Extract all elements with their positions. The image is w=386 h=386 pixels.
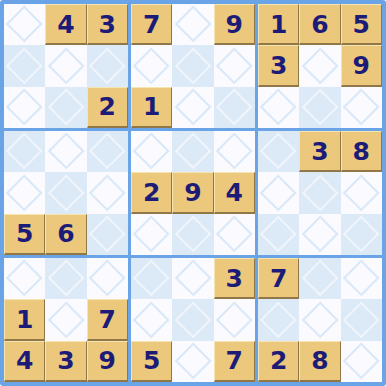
- cell-r8c1: 1: [4, 299, 45, 340]
- given-digit: 7: [226, 348, 243, 373]
- cell-r6c4[interactable]: [131, 214, 172, 255]
- diamond-pattern: [47, 174, 84, 211]
- cell-r3c2[interactable]: [45, 87, 86, 128]
- diamond-pattern: [216, 301, 253, 338]
- box-9: 728: [258, 258, 382, 382]
- diamond-pattern: [301, 174, 338, 211]
- cell-r7c5[interactable]: [172, 258, 213, 299]
- cell-r8c8[interactable]: [299, 299, 340, 340]
- box-6: 38: [258, 131, 382, 255]
- diamond-pattern: [260, 174, 297, 211]
- cell-r4c3[interactable]: [87, 131, 128, 172]
- diamond-pattern: [260, 133, 297, 170]
- cell-r8c7[interactable]: [258, 299, 299, 340]
- diamond-pattern: [47, 89, 84, 126]
- cell-r3c6[interactable]: [214, 87, 255, 128]
- cell-r8c5[interactable]: [172, 299, 213, 340]
- diamond-pattern: [174, 216, 211, 253]
- diamond-pattern: [174, 89, 211, 126]
- cell-r5c4: 2: [131, 172, 172, 213]
- cell-r9c3: 9: [87, 341, 128, 382]
- cell-r9c8: 8: [299, 341, 340, 382]
- cell-r2c2[interactable]: [45, 45, 86, 86]
- cell-r3c1[interactable]: [4, 87, 45, 128]
- diamond-pattern: [89, 216, 126, 253]
- diamond-pattern: [6, 260, 43, 297]
- given-digit: 5: [353, 12, 370, 37]
- cell-r5c5: 9: [172, 172, 213, 213]
- diamond-pattern: [216, 89, 253, 126]
- given-digit: 3: [57, 348, 74, 373]
- diamond-pattern: [174, 301, 211, 338]
- cell-r1c2: 4: [45, 4, 86, 45]
- sudoku-board: 43279116539562943817439357728: [0, 0, 386, 386]
- cell-r8c9[interactable]: [341, 299, 382, 340]
- cell-r9c9[interactable]: [341, 341, 382, 382]
- cell-r1c8: 6: [299, 4, 340, 45]
- cell-r1c5[interactable]: [172, 4, 213, 45]
- given-digit: 9: [184, 180, 201, 205]
- cell-r4c7[interactable]: [258, 131, 299, 172]
- cell-r8c3: 7: [87, 299, 128, 340]
- cell-r4c1[interactable]: [4, 131, 45, 172]
- given-digit: 1: [270, 12, 287, 37]
- cell-r2c5[interactable]: [172, 45, 213, 86]
- diamond-pattern: [47, 301, 84, 338]
- given-digit: 3: [226, 266, 243, 291]
- cell-r7c6: 3: [214, 258, 255, 299]
- given-digit: 1: [143, 94, 160, 119]
- diamond-pattern: [47, 260, 84, 297]
- diamond-pattern: [301, 47, 338, 84]
- cell-r8c2[interactable]: [45, 299, 86, 340]
- diamond-pattern: [89, 133, 126, 170]
- diamond-pattern: [133, 216, 170, 253]
- cell-r2c4[interactable]: [131, 45, 172, 86]
- given-digit: 9: [99, 348, 116, 373]
- cell-r2c9: 9: [341, 45, 382, 86]
- diamond-pattern: [6, 133, 43, 170]
- cell-r1c7: 1: [258, 4, 299, 45]
- cell-r2c7: 3: [258, 45, 299, 86]
- cell-r5c7[interactable]: [258, 172, 299, 213]
- diamond-pattern: [301, 89, 338, 126]
- cell-r7c2[interactable]: [45, 258, 86, 299]
- cell-r6c9[interactable]: [341, 214, 382, 255]
- diamond-pattern: [216, 133, 253, 170]
- given-digit: 2: [99, 94, 116, 119]
- cell-r1c3: 3: [87, 4, 128, 45]
- given-digit: 5: [16, 221, 33, 246]
- cell-r6c3[interactable]: [87, 214, 128, 255]
- given-digit: 5: [143, 348, 160, 373]
- diamond-pattern: [89, 174, 126, 211]
- diamond-pattern: [216, 216, 253, 253]
- cell-r5c8[interactable]: [299, 172, 340, 213]
- box-4: 56: [4, 131, 128, 255]
- cell-r9c1: 4: [4, 341, 45, 382]
- cell-r3c7[interactable]: [258, 87, 299, 128]
- given-digit: 9: [226, 12, 243, 37]
- given-digit: 3: [311, 139, 328, 164]
- diamond-pattern: [343, 174, 380, 211]
- diamond-pattern: [6, 174, 43, 211]
- given-digit: 4: [226, 180, 243, 205]
- diamond-pattern: [301, 301, 338, 338]
- cell-r1c4: 7: [131, 4, 172, 45]
- cell-r5c2[interactable]: [45, 172, 86, 213]
- cell-r4c5[interactable]: [172, 131, 213, 172]
- diamond-pattern: [47, 47, 84, 84]
- diamond-pattern: [89, 47, 126, 84]
- cell-r7c7: 7: [258, 258, 299, 299]
- diamond-pattern: [343, 89, 380, 126]
- diamond-pattern: [6, 89, 43, 126]
- given-digit: 3: [99, 12, 116, 37]
- given-digit: 3: [270, 53, 287, 78]
- cell-r3c5[interactable]: [172, 87, 213, 128]
- cell-r7c4[interactable]: [131, 258, 172, 299]
- given-digit: 4: [57, 12, 74, 37]
- diamond-pattern: [260, 301, 297, 338]
- diamond-pattern: [133, 301, 170, 338]
- given-digit: 1: [16, 307, 33, 332]
- diamond-pattern: [47, 133, 84, 170]
- diamond-pattern: [174, 47, 211, 84]
- box-3: 16539: [258, 4, 382, 128]
- given-digit: 8: [353, 139, 370, 164]
- box-2: 791: [131, 4, 255, 128]
- diamond-pattern: [174, 133, 211, 170]
- cell-r4c6[interactable]: [214, 131, 255, 172]
- cell-r4c4[interactable]: [131, 131, 172, 172]
- cell-r9c2: 3: [45, 341, 86, 382]
- cell-r5c3[interactable]: [87, 172, 128, 213]
- given-digit: 4: [16, 348, 33, 373]
- cell-r3c8[interactable]: [299, 87, 340, 128]
- cell-r3c4: 1: [131, 87, 172, 128]
- cell-r9c6: 7: [214, 341, 255, 382]
- cell-r2c3[interactable]: [87, 45, 128, 86]
- cell-r3c3: 2: [87, 87, 128, 128]
- diamond-pattern: [174, 343, 211, 380]
- given-digit: 8: [311, 348, 328, 373]
- cell-r6c2: 6: [45, 214, 86, 255]
- cell-r9c5[interactable]: [172, 341, 213, 382]
- given-digit: 9: [353, 53, 370, 78]
- given-digit: 7: [143, 12, 160, 37]
- cell-r5c6: 4: [214, 172, 255, 213]
- cell-r7c8[interactable]: [299, 258, 340, 299]
- diamond-pattern: [343, 301, 380, 338]
- cell-r6c7[interactable]: [258, 214, 299, 255]
- diamond-pattern: [6, 6, 43, 43]
- box-8: 357: [131, 258, 255, 382]
- cell-r2c6[interactable]: [214, 45, 255, 86]
- given-digit: 7: [99, 307, 116, 332]
- diamond-pattern: [260, 89, 297, 126]
- diamond-pattern: [260, 216, 297, 253]
- given-digit: 7: [270, 266, 287, 291]
- given-digit: 2: [143, 180, 160, 205]
- cell-r1c9: 5: [341, 4, 382, 45]
- diamond-pattern: [174, 260, 211, 297]
- given-digit: 2: [270, 348, 287, 373]
- diamond-pattern: [343, 216, 380, 253]
- box-5: 294: [131, 131, 255, 255]
- diamond-pattern: [343, 260, 380, 297]
- cell-r9c7: 2: [258, 341, 299, 382]
- cell-r8c6[interactable]: [214, 299, 255, 340]
- diamond-pattern: [133, 133, 170, 170]
- diamond-pattern: [133, 260, 170, 297]
- cell-r7c1[interactable]: [4, 258, 45, 299]
- diamond-pattern: [174, 6, 211, 43]
- cell-r6c5[interactable]: [172, 214, 213, 255]
- cell-r2c1[interactable]: [4, 45, 45, 86]
- diamond-pattern: [343, 343, 380, 380]
- cell-r7c9[interactable]: [341, 258, 382, 299]
- cell-r5c1[interactable]: [4, 172, 45, 213]
- box-1: 432: [4, 4, 128, 128]
- given-digit: 6: [311, 12, 328, 37]
- cell-r4c8: 3: [299, 131, 340, 172]
- cell-r9c4: 5: [131, 341, 172, 382]
- diamond-pattern: [6, 47, 43, 84]
- diamond-pattern: [216, 47, 253, 84]
- cell-r2c8[interactable]: [299, 45, 340, 86]
- cell-r1c6: 9: [214, 4, 255, 45]
- diamond-pattern: [133, 47, 170, 84]
- cell-r7c3[interactable]: [87, 258, 128, 299]
- given-digit: 6: [57, 221, 74, 246]
- cell-r1c1[interactable]: [4, 4, 45, 45]
- cell-r3c9[interactable]: [341, 87, 382, 128]
- diamond-pattern: [301, 216, 338, 253]
- cell-r6c6[interactable]: [214, 214, 255, 255]
- diamond-pattern: [301, 260, 338, 297]
- cell-r5c9[interactable]: [341, 172, 382, 213]
- cell-r4c2[interactable]: [45, 131, 86, 172]
- cell-r6c1: 5: [4, 214, 45, 255]
- cell-r6c8[interactable]: [299, 214, 340, 255]
- cell-r4c9: 8: [341, 131, 382, 172]
- diamond-pattern: [89, 260, 126, 297]
- cell-r8c4[interactable]: [131, 299, 172, 340]
- box-7: 17439: [4, 258, 128, 382]
